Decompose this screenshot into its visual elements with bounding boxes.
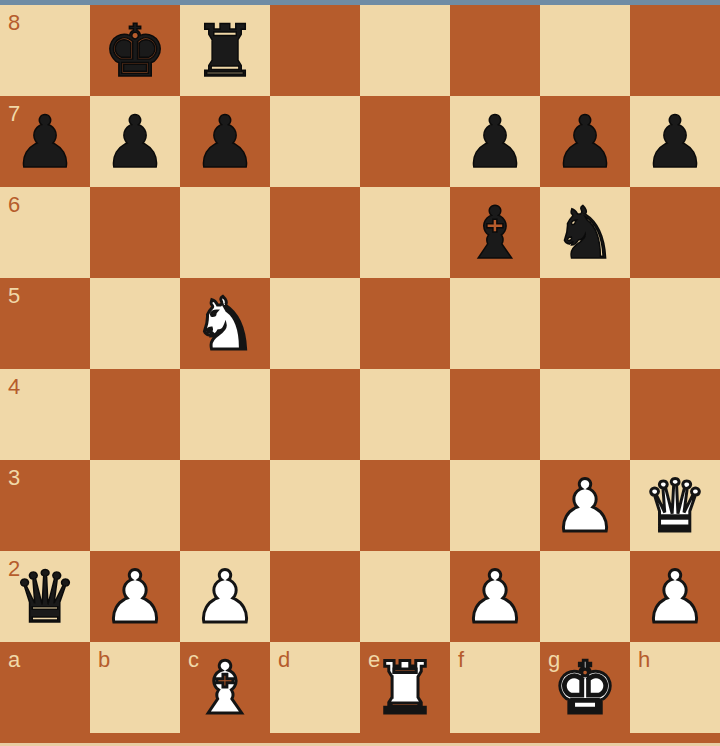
square-b2[interactable]: ♟	[90, 551, 180, 642]
square-g8[interactable]	[540, 5, 630, 96]
square-f8[interactable]	[450, 5, 540, 96]
black-pawn[interactable]: ♟	[180, 96, 270, 187]
square-c3[interactable]	[180, 460, 270, 551]
square-h8[interactable]	[630, 5, 720, 96]
white-pawn[interactable]: ♟	[630, 551, 720, 642]
square-b1[interactable]: b	[90, 642, 180, 733]
square-h7[interactable]: ♟	[630, 96, 720, 187]
square-f5[interactable]	[450, 278, 540, 369]
square-c2[interactable]: ♟	[180, 551, 270, 642]
white-rook[interactable]: ♜	[360, 642, 450, 733]
square-b7[interactable]: ♟	[90, 96, 180, 187]
square-f2[interactable]: ♟	[450, 551, 540, 642]
square-b6[interactable]	[90, 187, 180, 278]
square-e6[interactable]	[360, 187, 450, 278]
square-g3[interactable]: ♟	[540, 460, 630, 551]
rank-label-5: 5	[8, 285, 20, 307]
white-pawn[interactable]: ♟	[450, 551, 540, 642]
square-b8[interactable]: ♚	[90, 5, 180, 96]
square-a5[interactable]: 5	[0, 278, 90, 369]
square-a3[interactable]: 3	[0, 460, 90, 551]
square-h2[interactable]: ♟	[630, 551, 720, 642]
square-d5[interactable]	[270, 278, 360, 369]
file-label-f: f	[458, 649, 464, 671]
square-h1[interactable]: h	[630, 642, 720, 733]
square-g2[interactable]	[540, 551, 630, 642]
square-c7[interactable]: ♟	[180, 96, 270, 187]
square-f4[interactable]	[450, 369, 540, 460]
square-e3[interactable]	[360, 460, 450, 551]
black-pawn[interactable]: ♟	[540, 96, 630, 187]
square-f6[interactable]: ♝	[450, 187, 540, 278]
black-queen[interactable]: ♛	[0, 551, 90, 642]
file-label-a: a	[8, 649, 20, 671]
black-pawn[interactable]: ♟	[90, 96, 180, 187]
square-d2[interactable]	[270, 551, 360, 642]
white-queen[interactable]: ♛	[630, 460, 720, 551]
white-pawn[interactable]: ♟	[540, 460, 630, 551]
square-f1[interactable]: f	[450, 642, 540, 733]
square-c6[interactable]	[180, 187, 270, 278]
white-pawn[interactable]: ♟	[90, 551, 180, 642]
white-king[interactable]: ♚	[540, 642, 630, 733]
square-d7[interactable]	[270, 96, 360, 187]
black-pawn[interactable]: ♟	[0, 96, 90, 187]
square-e5[interactable]	[360, 278, 450, 369]
square-g4[interactable]	[540, 369, 630, 460]
square-h4[interactable]	[630, 369, 720, 460]
black-pawn[interactable]: ♟	[630, 96, 720, 187]
square-a7[interactable]: 7♟	[0, 96, 90, 187]
rank-label-6: 6	[8, 194, 20, 216]
black-king[interactable]: ♚	[90, 5, 180, 96]
square-d8[interactable]	[270, 5, 360, 96]
square-c1[interactable]: c♝	[180, 642, 270, 733]
file-label-h: h	[638, 649, 650, 671]
chess-board: 8♚♜7♟♟♟♟♟♟6♝♞5♞43♟♛2♛♟♟♟♟abc♝de♜fg♚h	[0, 5, 720, 733]
rank-label-4: 4	[8, 376, 20, 398]
square-c4[interactable]	[180, 369, 270, 460]
square-d6[interactable]	[270, 187, 360, 278]
square-f7[interactable]: ♟	[450, 96, 540, 187]
square-c5[interactable]: ♞	[180, 278, 270, 369]
file-label-d: d	[278, 649, 290, 671]
square-f3[interactable]	[450, 460, 540, 551]
square-a2[interactable]: 2♛	[0, 551, 90, 642]
rank-label-3: 3	[8, 467, 20, 489]
square-g7[interactable]: ♟	[540, 96, 630, 187]
white-knight[interactable]: ♞	[180, 278, 270, 369]
white-bishop[interactable]: ♝	[180, 642, 270, 733]
file-label-b: b	[98, 649, 110, 671]
square-h3[interactable]: ♛	[630, 460, 720, 551]
square-b4[interactable]	[90, 369, 180, 460]
black-rook[interactable]: ♜	[180, 5, 270, 96]
black-bishop[interactable]: ♝	[450, 187, 540, 278]
square-h6[interactable]	[630, 187, 720, 278]
square-e1[interactable]: e♜	[360, 642, 450, 733]
square-a4[interactable]: 4	[0, 369, 90, 460]
square-g1[interactable]: g♚	[540, 642, 630, 733]
black-pawn[interactable]: ♟	[450, 96, 540, 187]
square-d4[interactable]	[270, 369, 360, 460]
square-c8[interactable]: ♜	[180, 5, 270, 96]
square-g5[interactable]	[540, 278, 630, 369]
square-a6[interactable]: 6	[0, 187, 90, 278]
black-knight[interactable]: ♞	[540, 187, 630, 278]
square-e4[interactable]	[360, 369, 450, 460]
square-e8[interactable]	[360, 5, 450, 96]
square-b3[interactable]	[90, 460, 180, 551]
square-a1[interactable]: a	[0, 642, 90, 733]
square-d3[interactable]	[270, 460, 360, 551]
square-a8[interactable]: 8	[0, 5, 90, 96]
square-g6[interactable]: ♞	[540, 187, 630, 278]
white-pawn[interactable]: ♟	[180, 551, 270, 642]
square-h5[interactable]	[630, 278, 720, 369]
square-e2[interactable]	[360, 551, 450, 642]
square-b5[interactable]	[90, 278, 180, 369]
square-e7[interactable]	[360, 96, 450, 187]
square-d1[interactable]: d	[270, 642, 360, 733]
rank-label-8: 8	[8, 12, 20, 34]
